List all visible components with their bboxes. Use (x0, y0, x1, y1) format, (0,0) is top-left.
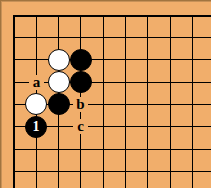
label-text-b: b (76, 97, 84, 112)
black-stone-D17 (70, 49, 92, 71)
frame-left-inner (1, 1, 2, 188)
label-text-c: c (77, 119, 84, 134)
frame-top-inner (0, 1, 211, 2)
grid-line-horizontal (13, 59, 211, 60)
white-stone-B15 (25, 93, 47, 115)
grid-line-vertical (147, 15, 148, 188)
grid-line-vertical (192, 15, 193, 188)
grid-line-vertical (103, 15, 104, 188)
grid-line-vertical (125, 15, 126, 188)
label-a: a (29, 75, 44, 90)
black-stone-B14: 1 (25, 116, 47, 138)
go-corner-diagram: abc1 (0, 0, 211, 188)
label-c: c (73, 119, 88, 134)
black-stone-D16 (70, 71, 92, 93)
grid-line-vertical (170, 15, 171, 188)
white-stone-C16 (48, 71, 70, 93)
move-number: 1 (33, 120, 40, 134)
grid-line-horizontal (13, 15, 211, 17)
grid-line-vertical (13, 15, 15, 188)
grid-line-horizontal (13, 149, 211, 150)
grid-line-horizontal (13, 171, 211, 172)
label-b: b (73, 97, 88, 112)
go-board: abc1 (0, 0, 211, 188)
black-stone-C15 (48, 93, 70, 115)
white-stone-C17 (48, 49, 70, 71)
grid-line-horizontal (13, 37, 211, 38)
label-text-a: a (33, 75, 41, 90)
